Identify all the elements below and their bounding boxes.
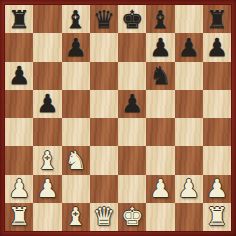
square-b4[interactable] (33, 118, 61, 146)
square-e1[interactable]: ♚ (118, 203, 146, 231)
white-pawn[interactable]: ♟ (8, 176, 30, 201)
square-b5[interactable]: ♟ (33, 90, 61, 118)
square-a7[interactable] (5, 33, 33, 61)
square-h3[interactable] (203, 146, 231, 174)
square-c4[interactable] (62, 118, 90, 146)
square-a4[interactable] (5, 118, 33, 146)
square-d7[interactable] (90, 33, 118, 61)
black-pawn[interactable]: ♟ (36, 91, 58, 116)
square-g3[interactable] (175, 146, 203, 174)
square-d4[interactable] (90, 118, 118, 146)
black-bishop[interactable]: ♝ (149, 7, 171, 32)
black-knight[interactable]: ♞ (149, 63, 171, 88)
square-h7[interactable]: ♟ (203, 33, 231, 61)
square-e2[interactable] (118, 175, 146, 203)
white-pawn[interactable]: ♟ (177, 176, 199, 201)
square-c2[interactable] (62, 175, 90, 203)
square-g2[interactable]: ♟ (175, 175, 203, 203)
square-h4[interactable] (203, 118, 231, 146)
white-pawn[interactable]: ♟ (36, 176, 58, 201)
black-rook[interactable]: ♜ (206, 7, 228, 32)
square-f1[interactable] (146, 203, 174, 231)
square-c1[interactable]: ♝ (62, 203, 90, 231)
square-g6[interactable] (175, 62, 203, 90)
square-f3[interactable] (146, 146, 174, 174)
square-c8[interactable]: ♝ (62, 5, 90, 33)
white-bishop[interactable]: ♝ (64, 204, 86, 229)
square-d3[interactable] (90, 146, 118, 174)
square-h5[interactable] (203, 90, 231, 118)
white-rook[interactable]: ♜ (206, 204, 228, 229)
square-d2[interactable] (90, 175, 118, 203)
square-b2[interactable]: ♟ (33, 175, 61, 203)
square-g5[interactable] (175, 90, 203, 118)
black-bishop[interactable]: ♝ (64, 7, 86, 32)
square-f4[interactable] (146, 118, 174, 146)
square-a3[interactable] (5, 146, 33, 174)
square-c3[interactable]: ♞ (62, 146, 90, 174)
square-f5[interactable] (146, 90, 174, 118)
black-pawn[interactable]: ♟ (8, 63, 30, 88)
square-a2[interactable]: ♟ (5, 175, 33, 203)
square-a6[interactable]: ♟ (5, 62, 33, 90)
square-a5[interactable] (5, 90, 33, 118)
square-d6[interactable] (90, 62, 118, 90)
black-pawn[interactable]: ♟ (206, 35, 228, 60)
black-king[interactable]: ♚ (121, 7, 143, 32)
square-b8[interactable] (33, 5, 61, 33)
square-d1[interactable]: ♛ (90, 203, 118, 231)
square-b6[interactable] (33, 62, 61, 90)
square-c6[interactable] (62, 62, 90, 90)
square-e4[interactable] (118, 118, 146, 146)
square-e7[interactable] (118, 33, 146, 61)
square-f7[interactable]: ♟ (146, 33, 174, 61)
square-h2[interactable]: ♟ (203, 175, 231, 203)
white-pawn[interactable]: ♟ (206, 176, 228, 201)
square-e6[interactable] (118, 62, 146, 90)
black-pawn[interactable]: ♟ (121, 91, 143, 116)
black-pawn[interactable]: ♟ (177, 35, 199, 60)
square-d5[interactable] (90, 90, 118, 118)
square-f8[interactable]: ♝ (146, 5, 174, 33)
black-pawn[interactable]: ♟ (149, 35, 171, 60)
square-e8[interactable]: ♚ (118, 5, 146, 33)
square-f2[interactable]: ♟ (146, 175, 174, 203)
chess-board: ♜♝♛♚♝♜♟♟♟♟♟♞♟♟♝♞♟♟♟♟♟♜♝♛♚♜ (5, 5, 231, 231)
white-pawn[interactable]: ♟ (149, 176, 171, 201)
white-bishop[interactable]: ♝ (36, 148, 58, 173)
square-b7[interactable] (33, 33, 61, 61)
square-g4[interactable] (175, 118, 203, 146)
white-queen[interactable]: ♛ (93, 204, 115, 229)
white-knight[interactable]: ♞ (64, 148, 86, 173)
white-king[interactable]: ♚ (121, 204, 143, 229)
black-rook[interactable]: ♜ (8, 7, 30, 32)
black-queen[interactable]: ♛ (93, 7, 115, 32)
square-g8[interactable] (175, 5, 203, 33)
square-e5[interactable]: ♟ (118, 90, 146, 118)
square-a1[interactable]: ♜ (5, 203, 33, 231)
square-c7[interactable]: ♟ (62, 33, 90, 61)
square-c5[interactable] (62, 90, 90, 118)
white-rook[interactable]: ♜ (8, 204, 30, 229)
square-g1[interactable] (175, 203, 203, 231)
black-pawn[interactable]: ♟ (64, 35, 86, 60)
square-f6[interactable]: ♞ (146, 62, 174, 90)
square-b3[interactable]: ♝ (33, 146, 61, 174)
square-g7[interactable]: ♟ (175, 33, 203, 61)
square-e3[interactable] (118, 146, 146, 174)
square-h6[interactable] (203, 62, 231, 90)
board-frame: ♜♝♛♚♝♜♟♟♟♟♟♞♟♟♝♞♟♟♟♟♟♜♝♛♚♜ (0, 0, 236, 236)
square-h1[interactable]: ♜ (203, 203, 231, 231)
square-b1[interactable] (33, 203, 61, 231)
square-a8[interactable]: ♜ (5, 5, 33, 33)
square-d8[interactable]: ♛ (90, 5, 118, 33)
square-h8[interactable]: ♜ (203, 5, 231, 33)
